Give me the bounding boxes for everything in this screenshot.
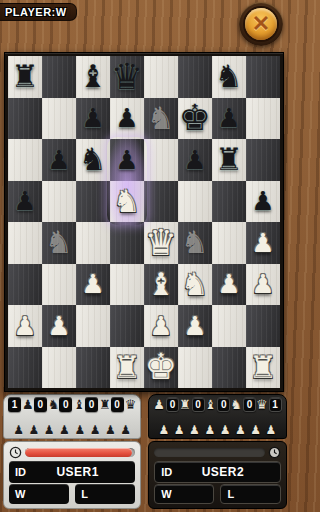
player1-id-label: ID [15,466,26,478]
square-a3[interactable] [8,264,42,306]
captured-rook-counter: 0♜ [85,397,111,412]
player2-id-box: ID USER2 [154,461,280,483]
player2-timer-track [154,448,264,457]
player2-id-label: ID [161,466,172,478]
player2-wins-box: W [154,484,214,504]
piece-white-queen-e4[interactable]: ♛ [144,222,178,264]
pawn-icon: ♟ [90,424,101,436]
square-g6[interactable]: ♜ [212,139,246,181]
captured-rook-counter: ♜0 [179,397,205,412]
pawn-icon: ♟ [22,398,34,411]
square-e2[interactable]: ♟ [144,305,178,347]
square-e1[interactable]: ♚ [144,347,178,389]
square-b1[interactable] [42,347,76,389]
count-value: 0 [59,397,72,412]
square-f8[interactable] [178,56,212,98]
piece-black-knight-c6[interactable]: ♞ [76,139,110,181]
piece-black-pawn-g7[interactable]: ♟ [212,98,246,140]
square-h5[interactable]: ♟ [246,181,280,223]
player1-losses-box: L [75,484,135,504]
tray-pawn-row: ♟♟♟♟♟♟♟♟ [7,424,137,437]
white-player-column: 1♟0♞0♝0♜0♛♟♟♟♟♟♟♟♟ ID USER1 W L [3,394,141,509]
tray-counts-row: ♟0♜0♝0♞0♛1 [152,397,282,412]
square-d2[interactable] [110,305,144,347]
square-d5[interactable]: ♞ [110,181,144,223]
square-g8[interactable]: ♞ [212,56,246,98]
player-turn-badge: PLAYER:W [0,3,77,21]
captured-bishop-counter: ♝0 [205,397,231,412]
pawn-icon: ♟ [266,424,277,436]
player2-losses-box: L [220,484,280,504]
player1-name: USER1 [26,465,129,479]
square-f7[interactable]: ♚ [178,98,212,140]
piece-white-pawn-b2[interactable]: ♟ [42,305,76,347]
piece-white-knight-d5[interactable]: ♞ [110,181,144,223]
rook-icon: ♜ [179,398,191,411]
square-e4[interactable]: ♛ [144,222,178,264]
count-value: 0 [111,397,124,412]
captured-black-pieces-tray: 1♟0♞0♝0♜0♛♟♟♟♟♟♟♟♟ [3,394,141,439]
pawn-icon: ♟ [250,424,261,436]
piece-white-pawn-e2[interactable]: ♟ [144,305,178,347]
count-value: 0 [85,397,98,412]
square-c7[interactable]: ♟ [76,98,110,140]
pawn-icon: ♟ [153,398,165,411]
move-hint-ghost-f4[interactable]: ♞ [178,222,212,264]
player1-wl-row: W L [9,484,135,504]
player2-panel: ID USER2 W L [148,441,286,509]
knight-icon: ♞ [230,398,242,411]
pawn-icon: ♟ [74,424,85,436]
captured-pawn-counter: ♟0 [153,397,179,412]
count-value: 0 [243,397,256,412]
pawn-icon: ♟ [120,424,131,436]
chess-board[interactable]: ♜♝♛♞♟♟♚♟♟♞♟♟♜♟♞♟♛♟♟♝♞♟♟♟♟♟♟♜♚♜♞♞♞ [8,56,280,388]
square-f1[interactable] [178,347,212,389]
square-h7[interactable] [246,98,280,140]
square-h6[interactable] [246,139,280,181]
move-hint-ghost-b4[interactable]: ♞ [42,222,76,264]
square-a1[interactable] [8,347,42,389]
piece-black-pawn-h5[interactable]: ♟ [246,181,280,223]
square-f3[interactable]: ♞ [178,264,212,306]
bishop-icon: ♝ [205,398,217,411]
square-h1[interactable]: ♜ [246,347,280,389]
square-g5[interactable] [212,181,246,223]
knight-icon: ♞ [48,398,60,411]
bottom-zone: 1♟0♞0♝0♜0♛♟♟♟♟♟♟♟♟ ID USER1 W L ♟0♜0♝ [0,394,288,509]
square-e6[interactable] [144,139,178,181]
count-value: 0 [34,397,47,412]
square-d4[interactable] [110,222,144,264]
piece-black-rook-a8[interactable]: ♜ [8,56,42,98]
black-player-column: ♟0♜0♝0♞0♛1♟♟♟♟♟♟♟♟ ID USER2 W L [148,394,286,509]
captured-pawn-counter: 1♟ [8,397,34,412]
square-g2[interactable] [212,305,246,347]
square-a2[interactable]: ♟ [8,305,42,347]
square-g4[interactable] [212,222,246,264]
square-d7[interactable]: ♟ [110,98,144,140]
count-value: 0 [217,397,230,412]
captured-knight-counter: 0♞ [34,397,60,412]
square-b8[interactable] [42,56,76,98]
pawn-icon: ♟ [174,424,185,436]
player2-name: USER2 [172,465,273,479]
close-button[interactable]: ✕ [239,2,283,46]
piece-white-pawn-g3[interactable]: ♟ [212,264,246,306]
player1-wins-box: W [9,484,69,504]
square-h2[interactable] [246,305,280,347]
square-a6[interactable] [8,139,42,181]
square-g1[interactable] [212,347,246,389]
pawn-icon: ♟ [189,424,200,436]
piece-white-pawn-h3[interactable]: ♟ [246,264,280,306]
piece-black-bishop-c8[interactable]: ♝ [76,56,110,98]
tray-counts-row: 1♟0♞0♝0♜0♛ [7,397,137,412]
piece-black-knight-g8[interactable]: ♞ [212,56,246,98]
square-b7[interactable] [42,98,76,140]
square-c3[interactable]: ♟ [76,264,110,306]
clock-icon [268,446,281,459]
player1-timer-track [25,448,135,457]
piece-black-rook-g6[interactable]: ♜ [212,139,246,181]
square-e8[interactable] [144,56,178,98]
player2-timer-row [154,446,280,459]
square-e3[interactable]: ♝ [144,264,178,306]
piece-black-pawn-c7[interactable]: ♟ [76,98,110,140]
close-icon: ✕ [245,8,277,40]
square-c6[interactable]: ♞ [76,139,110,181]
player1-timer-fill [25,448,132,457]
board-frame: ♜♝♛♞♟♟♚♟♟♞♟♟♜♟♞♟♛♟♟♝♞♟♟♟♟♟♟♜♚♜♞♞♞ [4,52,284,392]
pawn-icon: ♟ [29,424,40,436]
piece-white-pawn-a2[interactable]: ♟ [8,305,42,347]
piece-black-pawn-b6[interactable]: ♟ [42,139,76,181]
queen-icon: ♛ [256,398,268,411]
piece-black-queen-d8[interactable]: ♛ [110,56,144,98]
piece-black-king-f7[interactable]: ♚ [178,98,212,140]
square-a7[interactable] [8,98,42,140]
pawn-icon: ♟ [159,424,170,436]
piece-white-pawn-h4[interactable]: ♟ [246,222,280,264]
square-c5[interactable] [76,181,110,223]
pawn-icon: ♟ [235,424,246,436]
pawn-icon: ♟ [204,424,215,436]
square-a4[interactable] [8,222,42,264]
tray-pawn-row: ♟♟♟♟♟♟♟♟ [152,424,282,437]
captured-bishop-counter: 0♝ [59,397,85,412]
pawn-icon: ♟ [105,424,116,436]
square-b5[interactable] [42,181,76,223]
move-hint-ghost-e7[interactable]: ♞ [144,98,178,140]
square-d3[interactable] [110,264,144,306]
piece-white-knight-f3[interactable]: ♞ [178,264,212,306]
square-h3[interactable]: ♟ [246,264,280,306]
count-value: 1 [269,397,282,412]
piece-white-rook-d1[interactable]: ♜ [110,347,144,389]
square-f6[interactable]: ♟ [178,139,212,181]
square-b6[interactable]: ♟ [42,139,76,181]
piece-black-pawn-d7[interactable]: ♟ [110,98,144,140]
square-c1[interactable] [76,347,110,389]
square-d1[interactable]: ♜ [110,347,144,389]
square-h8[interactable] [246,56,280,98]
piece-white-bishop-e3[interactable]: ♝ [144,264,178,306]
square-e5[interactable] [144,181,178,223]
captured-knight-counter: ♞0 [230,397,256,412]
player1-panel: ID USER1 W L [3,441,141,509]
piece-black-pawn-d6[interactable]: ♟ [110,139,144,181]
piece-black-pawn-f6[interactable]: ♟ [178,139,212,181]
square-d6[interactable]: ♟ [110,139,144,181]
pawn-icon: ♟ [13,424,24,436]
count-value: 1 [8,397,21,412]
square-g3[interactable]: ♟ [212,264,246,306]
queen-icon: ♛ [125,398,137,411]
square-h4[interactable]: ♟ [246,222,280,264]
square-g7[interactable]: ♟ [212,98,246,140]
player2-wl-row: W L [154,484,280,504]
chess-app-screen: { "game": "chess", "header": { "player_b… [0,0,288,512]
clock-icon [9,446,22,459]
square-d8[interactable]: ♛ [110,56,144,98]
rook-icon: ♜ [99,398,111,411]
piece-white-pawn-f2[interactable]: ♟ [178,305,212,347]
square-a5[interactable]: ♟ [8,181,42,223]
count-value: 0 [166,397,179,412]
captured-queen-counter: 0♛ [111,397,137,412]
square-c4[interactable] [76,222,110,264]
pawn-icon: ♟ [59,424,70,436]
square-b2[interactable]: ♟ [42,305,76,347]
piece-black-pawn-a5[interactable]: ♟ [8,181,42,223]
player1-timer-row [9,446,135,459]
piece-white-pawn-c3[interactable]: ♟ [76,264,110,306]
square-a8[interactable]: ♜ [8,56,42,98]
pawn-icon: ♟ [44,424,55,436]
square-f5[interactable] [178,181,212,223]
pawn-icon: ♟ [220,424,231,436]
bishop-icon: ♝ [73,398,85,411]
piece-white-king-e1[interactable]: ♚ [144,347,178,389]
captured-white-pieces-tray: ♟0♜0♝0♞0♛1♟♟♟♟♟♟♟♟ [148,394,286,439]
count-value: 0 [192,397,205,412]
captured-queen-counter: ♛1 [256,397,282,412]
square-c8[interactable]: ♝ [76,56,110,98]
square-c2[interactable] [76,305,110,347]
square-f2[interactable]: ♟ [178,305,212,347]
square-b3[interactable] [42,264,76,306]
player1-id-box: ID USER1 [9,461,135,483]
piece-white-rook-h1[interactable]: ♜ [246,347,280,389]
